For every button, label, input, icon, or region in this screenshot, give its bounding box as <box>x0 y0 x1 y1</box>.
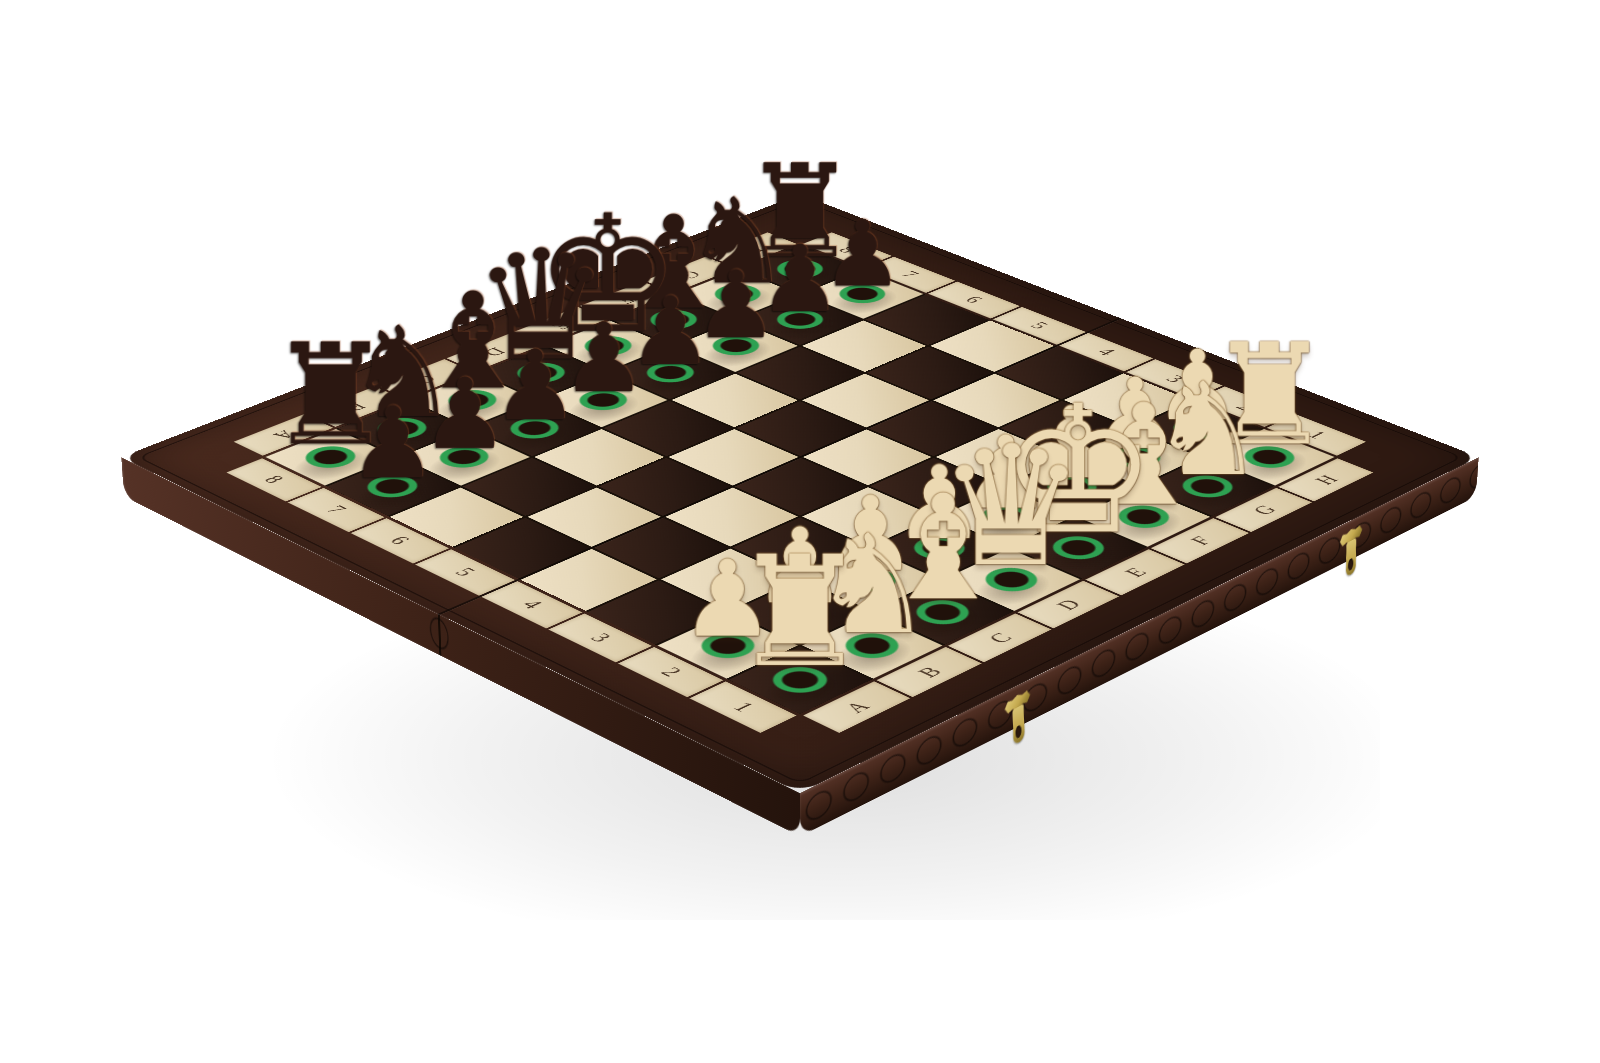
coordinate-label: F <box>1186 534 1215 547</box>
coordinate-label: D <box>1052 597 1085 612</box>
coordinate-label: H <box>1310 473 1341 486</box>
coordinate-label: C <box>984 630 1016 645</box>
clasp-tongue-icon <box>1012 704 1024 746</box>
clasp-tongue-icon <box>1346 538 1356 578</box>
coordinate-label: 4 <box>1094 347 1119 358</box>
piece-black-pawn-a7[interactable]: ♟ <box>348 393 437 492</box>
coordinate-label: E <box>1120 565 1150 579</box>
coordinate-label: A <box>840 699 874 715</box>
coordinate-label: 8 <box>260 474 288 486</box>
chess-board: 87654321 87654321 ABCDEFGH ABCDEFGH ♜♞♝♛… <box>121 194 1479 793</box>
coordinate-label: 3 <box>586 631 615 644</box>
brass-clasp-left[interactable] <box>1004 687 1032 757</box>
coordinate-label: 5 <box>451 566 479 579</box>
clasp-hole <box>1348 557 1353 572</box>
coordinate-label: 2 <box>656 665 685 679</box>
piece-white-rook-a1[interactable]: ♜ <box>731 536 868 689</box>
coordinate-label: 5 <box>1027 320 1052 330</box>
coordinate-label: 6 <box>961 295 986 305</box>
coordinate-label: 6 <box>386 534 414 546</box>
coordinate-label: 4 <box>517 598 546 611</box>
coordinate-label: G <box>1248 503 1280 517</box>
brass-clasp-right[interactable] <box>1339 522 1363 587</box>
coordinate-label: B <box>913 664 945 679</box>
clasp-hole <box>1015 724 1021 740</box>
photo-scene: 87654321 87654321 ABCDEFGH ABCDEFGH ♜♞♝♛… <box>0 0 1600 1063</box>
coordinate-label: 1 <box>728 700 757 714</box>
coordinate-label: 7 <box>322 504 350 516</box>
fold-seam-side <box>438 614 442 656</box>
